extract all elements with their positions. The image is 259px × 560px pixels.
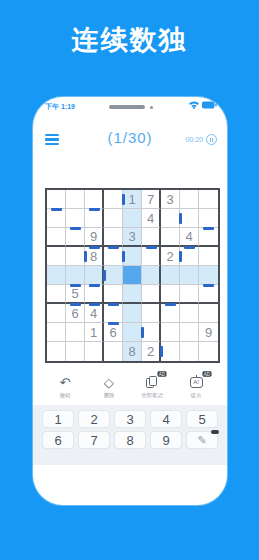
cell-r8c9[interactable]: 9 [199, 323, 218, 342]
cell-r7c7[interactable] [161, 304, 180, 323]
tool-label: 全部笔记 [142, 391, 164, 399]
cell-r6c3[interactable] [85, 285, 104, 304]
key-2[interactable]: 2 [78, 410, 110, 428]
cell-r2c1[interactable] [47, 209, 66, 228]
app-title: 连续数独 [0, 22, 259, 58]
cell-r1c8[interactable] [180, 190, 199, 209]
ad-badge: AD [202, 371, 211, 376]
undo-icon: ↶ [59, 375, 70, 389]
cell-r5c5[interactable] [123, 266, 142, 285]
tool-label: 擦除 [103, 391, 114, 399]
cell-r3c6[interactable] [142, 228, 161, 247]
cell-r7c5[interactable] [123, 304, 142, 323]
wifi-icon [189, 101, 199, 109]
consecutive-marker-h [108, 322, 119, 325]
consecutive-marker-v [141, 327, 144, 338]
cell-r7c2[interactable]: 6 [66, 304, 85, 323]
cell-r1c2[interactable] [66, 190, 85, 209]
cell-r5c3[interactable] [85, 266, 104, 285]
consecutive-marker-h [70, 227, 81, 230]
sudoku-board: 17349348256416982 [45, 188, 220, 363]
consecutive-marker-h [89, 303, 100, 306]
cell-r8c4[interactable]: 6 [104, 323, 123, 342]
consecutive-marker-h [70, 284, 81, 287]
camera-dot [150, 106, 153, 109]
cell-r8c2[interactable] [66, 323, 85, 342]
cell-r4c6[interactable] [142, 247, 161, 266]
consecutive-marker-h [70, 303, 81, 306]
key-1[interactable]: 1 [42, 410, 74, 428]
cell-r8c8[interactable] [180, 323, 199, 342]
consecutive-marker-h [108, 303, 119, 306]
eraser-icon: ◇ [104, 375, 114, 389]
consecutive-marker-v [84, 251, 87, 262]
cell-r6c4[interactable] [104, 285, 123, 304]
consecutive-marker-h [203, 284, 214, 287]
cell-r2c9[interactable] [199, 209, 218, 228]
toolbar: ↶撤销◇擦除AD全部笔记A!AD提示 [43, 375, 218, 400]
cell-r2c7[interactable] [161, 209, 180, 228]
cell-r5c1[interactable] [47, 266, 66, 285]
cell-r5c4[interactable] [104, 266, 123, 285]
consecutive-marker-h [89, 284, 100, 287]
cell-r4c9[interactable] [199, 247, 218, 266]
cell-r8c5[interactable] [123, 323, 142, 342]
cell-r3c4[interactable] [104, 228, 123, 247]
consecutive-marker-v [160, 346, 163, 357]
cell-r2c5[interactable] [123, 209, 142, 228]
speaker-notch [109, 105, 145, 109]
keypad-row-2: 6789✎ [42, 431, 218, 449]
cell-r7c4[interactable] [104, 304, 123, 323]
eraser-button[interactable]: ◇擦除 [87, 375, 131, 400]
key-3[interactable]: 3 [114, 410, 146, 428]
cell-r1c4[interactable] [104, 190, 123, 209]
hint-icon: A!AD [190, 375, 203, 389]
cell-r7c3[interactable]: 4 [85, 304, 104, 323]
status-bar: 下午 1:19 [33, 97, 227, 115]
cell-r3c5[interactable]: 3 [123, 228, 142, 247]
cell-r6c8[interactable] [180, 285, 199, 304]
consecutive-marker-h [184, 246, 195, 249]
cell-r5c6[interactable] [142, 266, 161, 285]
consecutive-marker-h [146, 246, 157, 249]
tool-label: 撤销 [59, 391, 70, 399]
cell-r8c6[interactable] [142, 323, 161, 342]
consecutive-marker-v [122, 251, 125, 262]
cell-r8c1[interactable] [47, 323, 66, 342]
cell-r7c1[interactable] [47, 304, 66, 323]
cell-r4c7[interactable]: 2 [161, 247, 180, 266]
cell-r1c7[interactable]: 3 [161, 190, 180, 209]
cell-r9c4[interactable] [104, 342, 123, 361]
consecutive-marker-h [203, 227, 214, 230]
timer: 00:20 [185, 136, 203, 143]
cell-r2c6[interactable]: 4 [142, 209, 161, 228]
cell-r6c9[interactable] [199, 285, 218, 304]
cell-r7c9[interactable] [199, 304, 218, 323]
hint-button[interactable]: A!AD提示 [174, 375, 218, 400]
notes-icon: AD [146, 375, 158, 389]
pencil-mode-badge [211, 430, 219, 434]
cell-r1c5[interactable]: 1 [123, 190, 142, 209]
cell-r8c3[interactable]: 1 [85, 323, 104, 342]
keypad-row-1: 12345 [42, 410, 218, 428]
cell-r9c3[interactable] [85, 342, 104, 361]
battery-icon [202, 101, 217, 109]
consecutive-marker-v [179, 251, 182, 262]
cell-r1c3[interactable] [85, 190, 104, 209]
phone-mockup: 下午 1:19 (1/30) 00:20 17349348256416982 ↶… [33, 97, 227, 505]
consecutive-marker-h [108, 246, 119, 249]
cell-r1c6[interactable]: 7 [142, 190, 161, 209]
cell-r2c8[interactable] [180, 209, 199, 228]
cell-r3c7[interactable] [161, 228, 180, 247]
cell-r2c3[interactable] [85, 209, 104, 228]
cell-r3c2[interactable] [66, 228, 85, 247]
cell-r9c1[interactable] [47, 342, 66, 361]
cell-r5c7[interactable] [161, 266, 180, 285]
cell-r6c5[interactable] [123, 285, 142, 304]
cell-r4c2[interactable] [66, 247, 85, 266]
undo-button[interactable]: ↶撤销 [43, 375, 87, 400]
cell-r3c1[interactable] [47, 228, 66, 247]
cell-r9c5[interactable]: 8 [123, 342, 142, 361]
key-9[interactable]: 9 [150, 431, 182, 449]
cell-r1c1[interactable] [47, 190, 66, 209]
status-time: 下午 1:19 [45, 102, 75, 112]
key-5[interactable]: 5 [186, 410, 218, 428]
cell-r5c2[interactable] [66, 266, 85, 285]
cell-r9c6[interactable]: 2 [142, 342, 161, 361]
pencil-key[interactable]: ✎ [186, 431, 218, 449]
consecutive-marker-h [89, 208, 100, 211]
cell-r4c3[interactable]: 8 [85, 247, 104, 266]
key-6[interactable]: 6 [42, 431, 74, 449]
cell-r7c6[interactable] [142, 304, 161, 323]
pause-button[interactable] [206, 134, 217, 145]
cell-r6c1[interactable] [47, 285, 66, 304]
cell-r3c9[interactable] [199, 228, 218, 247]
cell-r8c7[interactable] [161, 323, 180, 342]
cell-r4c8[interactable] [180, 247, 199, 266]
cell-r3c8[interactable]: 4 [180, 228, 199, 247]
cell-r4c5[interactable] [123, 247, 142, 266]
consecutive-marker-h [165, 303, 176, 306]
sudoku-grid: 17349348256416982 [47, 190, 218, 361]
cell-r9c8[interactable] [180, 342, 199, 361]
cell-r3c3[interactable]: 9 [85, 228, 104, 247]
cell-r6c6[interactable] [142, 285, 161, 304]
cell-r1c9[interactable] [199, 190, 218, 209]
cell-r2c4[interactable] [104, 209, 123, 228]
cell-r4c4[interactable] [104, 247, 123, 266]
cell-r9c9[interactable] [199, 342, 218, 361]
consecutive-marker-v [103, 270, 106, 281]
consecutive-marker-h [51, 208, 62, 211]
cell-r4c1[interactable] [47, 247, 66, 266]
ad-badge: AD [158, 371, 167, 376]
pencil-icon: ✎ [197, 434, 206, 447]
tool-label: 提示 [191, 391, 202, 399]
consecutive-marker-h [89, 246, 100, 249]
key-7[interactable]: 7 [78, 431, 110, 449]
cell-r9c7[interactable] [161, 342, 180, 361]
cell-r2c2[interactable] [66, 209, 85, 228]
key-4[interactable]: 4 [150, 410, 182, 428]
cell-r5c8[interactable] [180, 266, 199, 285]
consecutive-marker-v [122, 194, 125, 205]
cell-r5c9[interactable] [199, 266, 218, 285]
key-8[interactable]: 8 [114, 431, 146, 449]
cell-r7c8[interactable] [180, 304, 199, 323]
cell-r9c2[interactable] [66, 342, 85, 361]
consecutive-marker-v [179, 213, 182, 224]
cell-r6c7[interactable] [161, 285, 180, 304]
notes-button[interactable]: AD全部笔记 [131, 375, 175, 400]
cell-r6c2[interactable]: 5 [66, 285, 85, 304]
